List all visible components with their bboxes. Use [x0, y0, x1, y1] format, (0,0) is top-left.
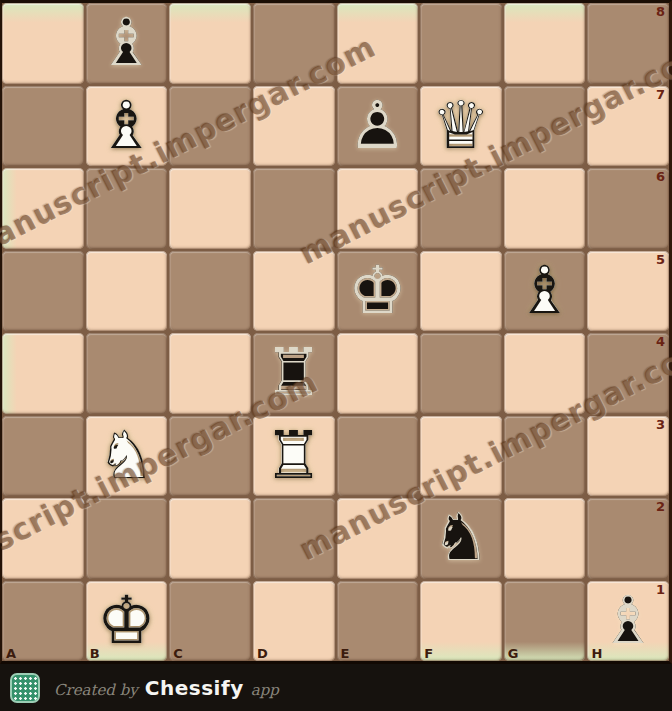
square-c2[interactable] [169, 498, 251, 579]
square-c7[interactable] [169, 86, 251, 167]
piece-white-queen[interactable]: ♛♕ [420, 86, 502, 167]
black-rook-outline: ♖ [264, 340, 323, 406]
square-c5[interactable] [169, 251, 251, 332]
piece-black-knight[interactable]: ♞♘ [420, 498, 502, 579]
square-f1[interactable]: F [420, 581, 502, 662]
square-h1[interactable]: H1♝♗ [587, 581, 669, 662]
square-a3[interactable] [2, 416, 84, 497]
square-f2[interactable]: ♞♘ [420, 498, 502, 579]
square-h8[interactable]: 8 [587, 3, 669, 84]
square-g4[interactable] [504, 333, 586, 414]
square-d1[interactable]: D [253, 581, 335, 662]
chess-diagram: ♝♗8♝♗♟♙♛♕76♚♔♝♗5♜♖4♞♘♜♖3♞♘2AB♚♔CDEFGH1♝♗… [0, 0, 672, 711]
file-label-c: C [173, 646, 183, 661]
square-e5[interactable]: ♚♔ [337, 251, 419, 332]
piece-black-pawn[interactable]: ♟♙ [337, 86, 419, 167]
square-h7[interactable]: 7 [587, 86, 669, 167]
brand-name: Chessify [145, 676, 244, 700]
piece-white-bishop[interactable]: ♝♗ [86, 86, 168, 167]
credit-text: Created by Chessify app [54, 676, 279, 700]
piece-white-rook[interactable]: ♜♖ [253, 416, 335, 497]
square-c4[interactable] [169, 333, 251, 414]
square-h5[interactable]: 5 [587, 251, 669, 332]
file-label-g: G [508, 646, 519, 661]
white-rook-outline: ♖ [264, 423, 323, 489]
square-f3[interactable] [420, 416, 502, 497]
square-b6[interactable] [86, 168, 168, 249]
white-bishop-outline: ♗ [97, 93, 156, 159]
square-e4[interactable] [337, 333, 419, 414]
square-h6[interactable]: 6 [587, 168, 669, 249]
square-g8[interactable] [504, 3, 586, 84]
square-a6[interactable] [2, 168, 84, 249]
square-e6[interactable] [337, 168, 419, 249]
square-f6[interactable] [420, 168, 502, 249]
square-h3[interactable]: 3 [587, 416, 669, 497]
square-c8[interactable] [169, 3, 251, 84]
chessify-logo-icon [10, 673, 40, 703]
rank-label-2: 2 [656, 499, 665, 514]
piece-black-bishop[interactable]: ♝♗ [587, 581, 669, 662]
rank-label-4: 4 [656, 334, 665, 349]
square-a4[interactable] [2, 333, 84, 414]
black-pawn-outline: ♙ [348, 93, 407, 159]
square-c1[interactable]: C [169, 581, 251, 662]
rank-label-3: 3 [656, 417, 665, 432]
square-a2[interactable] [2, 498, 84, 579]
credit-suffix: app [251, 681, 279, 699]
square-b8[interactable]: ♝♗ [86, 3, 168, 84]
white-queen-outline: ♕ [431, 93, 490, 159]
square-g7[interactable] [504, 86, 586, 167]
file-label-d: D [257, 646, 268, 661]
square-c6[interactable] [169, 168, 251, 249]
piece-black-bishop[interactable]: ♝♗ [86, 3, 168, 84]
square-g5[interactable]: ♝♗ [504, 251, 586, 332]
square-d4[interactable]: ♜♖ [253, 333, 335, 414]
black-knight-outline: ♘ [431, 505, 490, 571]
rank-label-8: 8 [656, 4, 665, 19]
piece-black-king[interactable]: ♚♔ [337, 251, 419, 332]
square-b5[interactable] [86, 251, 168, 332]
square-g6[interactable] [504, 168, 586, 249]
credit-prefix: Created by [54, 681, 138, 699]
square-b2[interactable] [86, 498, 168, 579]
square-g2[interactable] [504, 498, 586, 579]
file-label-f: F [424, 646, 433, 661]
square-h2[interactable]: 2 [587, 498, 669, 579]
square-d7[interactable] [253, 86, 335, 167]
file-label-e: E [341, 646, 350, 661]
square-a7[interactable] [2, 86, 84, 167]
square-e2[interactable] [337, 498, 419, 579]
square-f4[interactable] [420, 333, 502, 414]
piece-white-king[interactable]: ♚♔ [86, 581, 168, 662]
square-d6[interactable] [253, 168, 335, 249]
square-a8[interactable] [2, 3, 84, 84]
square-b7[interactable]: ♝♗ [86, 86, 168, 167]
black-bishop-outline: ♗ [599, 588, 658, 654]
square-d3[interactable]: ♜♖ [253, 416, 335, 497]
rank-label-7: 7 [656, 87, 665, 102]
square-f7[interactable]: ♛♕ [420, 86, 502, 167]
square-b1[interactable]: B♚♔ [86, 581, 168, 662]
square-g1[interactable]: G [504, 581, 586, 662]
square-f8[interactable] [420, 3, 502, 84]
white-bishop-outline: ♗ [515, 258, 574, 324]
credit-bar: Created by Chessify app [0, 664, 672, 711]
square-f5[interactable] [420, 251, 502, 332]
square-c3[interactable] [169, 416, 251, 497]
piece-white-bishop[interactable]: ♝♗ [504, 251, 586, 332]
square-h4[interactable]: 4 [587, 333, 669, 414]
piece-black-rook[interactable]: ♜♖ [253, 333, 335, 414]
piece-white-knight[interactable]: ♞♘ [86, 416, 168, 497]
rank-label-5: 5 [656, 252, 665, 267]
square-a5[interactable] [2, 251, 84, 332]
black-bishop-outline: ♗ [97, 10, 156, 76]
white-king-outline: ♔ [97, 588, 156, 654]
square-d5[interactable] [253, 251, 335, 332]
square-a1[interactable]: A [2, 581, 84, 662]
chess-board[interactable]: ♝♗8♝♗♟♙♛♕76♚♔♝♗5♜♖4♞♘♜♖3♞♘2AB♚♔CDEFGH1♝♗ [0, 0, 672, 664]
white-knight-outline: ♘ [97, 423, 156, 489]
rank-label-6: 6 [656, 169, 665, 184]
square-b3[interactable]: ♞♘ [86, 416, 168, 497]
square-e1[interactable]: E [337, 581, 419, 662]
square-e8[interactable] [337, 3, 419, 84]
square-g3[interactable] [504, 416, 586, 497]
square-e3[interactable] [337, 416, 419, 497]
square-e7[interactable]: ♟♙ [337, 86, 419, 167]
square-b4[interactable] [86, 333, 168, 414]
black-king-outline: ♔ [348, 258, 407, 324]
square-d8[interactable] [253, 3, 335, 84]
file-label-a: A [6, 646, 16, 661]
square-d2[interactable] [253, 498, 335, 579]
